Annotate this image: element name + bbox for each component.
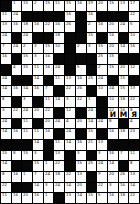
cell-r14c12 [119, 140, 129, 150]
cell-r1c9[interactable]: 19 [87, 1, 97, 11]
cell-r11c1[interactable]: 3 [1, 108, 11, 118]
cell-r9c9 [87, 86, 97, 96]
cell-number: 11 [55, 140, 60, 144]
cell-r18c5[interactable]: 3 [44, 183, 54, 193]
cell-r19c12[interactable]: 18 [119, 193, 129, 203]
cell-number: 22 [13, 108, 18, 112]
cell-r4c3[interactable]: 24 [22, 33, 32, 43]
cell-r10c11[interactable]: 10 [108, 97, 118, 107]
cell-r1c5[interactable]: 15 [44, 1, 54, 11]
cell-number: 20 [77, 119, 82, 123]
cell-r8c6[interactable]: 11 [54, 76, 64, 86]
cell-r12c6[interactable]: 24 [54, 119, 64, 129]
cell-r7c2[interactable]: 4 [12, 65, 22, 75]
cell-number: 22 [66, 172, 71, 176]
cell-r13c5[interactable]: 16 [44, 129, 54, 139]
cell-r10c9[interactable]: 1 [87, 97, 97, 107]
cell-r1c13[interactable]: 17 [129, 1, 139, 11]
cell-number: 15 [120, 86, 125, 90]
cell-r19c7[interactable]: 13 [65, 193, 75, 203]
cell-number: 15 [23, 54, 28, 58]
cell-number: 1 [45, 161, 48, 165]
cell-r1c7[interactable]: 15 [65, 1, 75, 11]
cell-r15c13[interactable]: 11 [129, 151, 139, 161]
cell-r12c4 [33, 119, 43, 129]
cell-r5c1[interactable]: 7 [1, 44, 11, 54]
cell-r5c6[interactable]: 10 [54, 44, 64, 54]
cell-r16c1[interactable]: 14 [1, 161, 11, 171]
cell-number: 24 [109, 86, 114, 90]
cell-number: 10 [130, 33, 135, 37]
cell-r6c5[interactable]: 16 [44, 54, 54, 64]
cell-number: 14 [55, 97, 60, 101]
cell-r3c1[interactable]: 13 [1, 22, 11, 32]
cell-number: 5 [98, 193, 101, 197]
cell-r3c9[interactable]: 2 [87, 22, 97, 32]
cell-r7c10[interactable]: 2 [97, 65, 107, 75]
cell-r16c13[interactable]: 8 [129, 161, 139, 171]
cell-r8c1[interactable]: 24 [1, 76, 11, 86]
cell-number: 9 [98, 172, 101, 176]
cell-r8c11 [108, 76, 118, 86]
cell-r2c13[interactable]: 22 [129, 12, 139, 22]
cell-r10c3[interactable]: 3 [22, 97, 32, 107]
cell-r11c7[interactable]: 12 [65, 108, 75, 118]
cell-r9c10[interactable]: 10 [97, 86, 107, 96]
cell-r16c7 [65, 161, 75, 171]
cell-number: 26 [77, 86, 82, 90]
cell-number: 2 [23, 44, 26, 48]
cell-number: 16 [2, 54, 7, 58]
cell-r12c3[interactable]: 11 [22, 119, 32, 129]
cell-number: 20 [77, 183, 82, 187]
cell-r16c9[interactable]: 25 [87, 161, 97, 171]
cell-r18c12[interactable]: 16 [119, 183, 129, 193]
cell-r16c8[interactable]: 15 [76, 161, 86, 171]
cell-r15c10[interactable]: 3 [97, 151, 107, 161]
cell-number: 11 [34, 129, 39, 133]
cell-r12c11[interactable]: 8 [108, 119, 118, 129]
cell-number: 18 [23, 22, 28, 26]
cell-r15c6[interactable]: 13 [54, 151, 64, 161]
cell-number: 20 [34, 108, 39, 112]
cell-number: 16 [66, 12, 71, 16]
cell-r4c1[interactable]: 24 [1, 33, 11, 43]
cell-r9c5[interactable]: 7 [44, 86, 54, 96]
cell-r18c6[interactable]: 24 [54, 183, 64, 193]
cell-r14c4[interactable]: 14 [33, 140, 43, 150]
cell-r17c4[interactable]: 7 [33, 172, 43, 182]
cell-number: 16 [13, 22, 18, 26]
cell-number: 24 [98, 161, 103, 165]
cell-r3c12[interactable]: 24 [119, 22, 129, 32]
cell-r19c13[interactable]: 22 [129, 193, 139, 203]
cell-r5c5[interactable]: 15 [44, 44, 54, 54]
cell-r12c2 [12, 119, 22, 129]
cell-number: 10 [98, 86, 103, 90]
cell-number: 15 [45, 1, 50, 5]
cell-r19c3[interactable]: 20 [22, 193, 32, 203]
cell-number: 16 [98, 22, 103, 26]
cell-number: 16 [13, 129, 18, 133]
cell-r1c12[interactable]: 13 [119, 1, 129, 11]
cell-number: 11 [2, 193, 7, 197]
cell-number: 16 [88, 12, 93, 16]
cell-number: 4 [130, 119, 133, 123]
cell-r14c10[interactable]: 13 [97, 140, 107, 150]
cell-r12c7[interactable]: 4 [65, 119, 75, 129]
cell-r8c2 [12, 76, 22, 86]
cell-number: 22 [130, 12, 135, 16]
cell-r15c2[interactable]: 8 [12, 151, 22, 161]
cell-r4c11[interactable]: 16 [108, 33, 118, 43]
cell-number: 16 [13, 86, 18, 90]
cell-r15c4[interactable]: 3 [33, 151, 43, 161]
cell-number: 16 [109, 193, 114, 197]
cell-r15c7 [65, 151, 75, 161]
cell-r19c8[interactable]: 14 [76, 193, 86, 203]
cell-r3c5[interactable]: 22 [44, 22, 54, 32]
cell-r19c4[interactable]: 16 [33, 193, 43, 203]
cell-r14c7[interactable]: 14 [65, 140, 75, 150]
cell-r17c12[interactable]: 26 [119, 172, 129, 182]
cell-r18c4[interactable]: 14 [33, 183, 43, 193]
cell-r1c2[interactable]: 1 [12, 1, 22, 11]
cell-r15c9 [87, 151, 97, 161]
cell-number: 3 [2, 108, 5, 112]
cell-number: 16 [34, 22, 39, 26]
cell-number: 15 [88, 129, 93, 133]
cell-r7c4[interactable]: 11 [33, 65, 43, 75]
cell-r11c10 [97, 108, 107, 118]
cell-r16c2 [12, 161, 22, 171]
cell-r7c6[interactable]: 24 [54, 65, 64, 75]
cell-number: 4 [13, 65, 16, 69]
cell-number: 20 [109, 172, 114, 176]
cell-r15c11[interactable]: 16 [108, 151, 118, 161]
cell-r16c6[interactable]: 22 [54, 161, 64, 171]
cell-r13c6 [54, 129, 64, 139]
cell-number: 14 [2, 161, 7, 165]
cell-r13c1[interactable]: 14 [1, 129, 11, 139]
cell-r10c6[interactable]: 14 [54, 97, 64, 107]
cell-r5c11[interactable]: 20 [108, 44, 118, 54]
cell-r18c3 [22, 183, 32, 193]
cell-r19c9[interactable]: 15 [87, 193, 97, 203]
cell-r4c10 [97, 33, 107, 43]
cell-number: 14 [88, 119, 93, 123]
cell-number: 15 [23, 65, 28, 69]
cell-r13c2[interactable]: 16 [12, 129, 22, 139]
cell-r18c7[interactable]: 14 [65, 183, 75, 193]
cell-r18c10[interactable]: 22 [97, 183, 107, 193]
cell-number: 14 [2, 86, 7, 90]
cell-r10c13[interactable]: 22 [129, 97, 139, 107]
cell-r10c8[interactable]: 22 [76, 97, 86, 107]
cell-r9c7[interactable]: 22 [65, 86, 75, 96]
cell-r17c2[interactable]: 16 [12, 172, 22, 182]
cell-number: 24 [2, 33, 7, 37]
cell-r1c8[interactable]: 16 [76, 1, 86, 11]
cell-r9c8[interactable]: 26 [76, 86, 86, 96]
cell-r16c12 [119, 161, 129, 171]
cell-r5c10[interactable]: 15 [97, 44, 107, 54]
cell-r10c7[interactable]: 3 [65, 97, 75, 107]
cell-r18c11[interactable]: 3 [108, 183, 118, 193]
cell-r9c13[interactable]: 13 [129, 86, 139, 96]
cell-r3c3[interactable]: 18 [22, 22, 32, 32]
cell-r15c1[interactable]: 15 [1, 151, 11, 161]
cell-r3c7[interactable]: 26 [65, 22, 75, 32]
cell-number: 8 [130, 161, 133, 165]
cell-r11c2[interactable]: 22 [12, 108, 22, 118]
cell-r2c2[interactable]: 24 [12, 12, 22, 22]
cell-r9c11[interactable]: 24 [108, 86, 118, 96]
cell-r4c12 [119, 33, 129, 43]
cell-r9c3[interactable]: 14 [22, 86, 32, 96]
cell-r8c12[interactable]: 15 [119, 76, 129, 86]
cell-r17c13[interactable]: 13 [129, 172, 139, 182]
cell-r17c6[interactable]: 18 [54, 172, 64, 182]
cell-r4c9[interactable]: 15 [87, 33, 97, 43]
cell-r17c7[interactable]: 22 [65, 172, 75, 182]
cell-number: 16 [130, 44, 135, 48]
cell-r6c11[interactable]: 15 [108, 54, 118, 64]
cell-r10c1[interactable]: 8 [1, 97, 11, 107]
cell-r1c3[interactable]: 15 [22, 1, 32, 11]
cell-r12c5[interactable]: 20 [44, 119, 54, 129]
cell-r5c8[interactable]: 2 [76, 44, 86, 54]
cell-r6c13 [129, 54, 139, 64]
cell-r6c9 [87, 54, 97, 64]
cell-r5c4[interactable]: 3 [33, 44, 43, 54]
cell-r17c1[interactable]: 8 [1, 172, 11, 182]
cell-r7c5[interactable]: 16 [44, 65, 54, 75]
cell-r3c13[interactable]: 5 [129, 22, 139, 32]
cell-number: 24 [98, 119, 103, 123]
cell-r14c2 [12, 140, 22, 150]
cell-r10c4 [33, 97, 43, 107]
cell-number: 20 [120, 65, 125, 69]
cell-number: 14 [34, 183, 39, 187]
cell-r13c9[interactable]: 15 [87, 129, 97, 139]
cell-r4c4 [33, 33, 43, 43]
cell-r5c2[interactable]: 24 [12, 44, 22, 54]
cell-number: 10 [109, 97, 114, 101]
cell-r11c13[interactable]: 8Я [129, 108, 139, 118]
cell-r4c6[interactable]: 18 [54, 33, 64, 43]
cell-r8c10[interactable]: 24 [97, 76, 107, 86]
cell-r19c1[interactable]: 11 [1, 193, 11, 203]
cell-r17c3[interactable]: 1 [22, 172, 32, 182]
cell-r7c8[interactable]: 5 [76, 65, 86, 75]
cell-r9c1[interactable]: 14 [1, 86, 11, 96]
cell-r13c12[interactable]: 18 [119, 129, 129, 139]
cell-r9c12[interactable]: 15 [119, 86, 129, 96]
cell-r9c4[interactable]: 16 [33, 86, 43, 96]
cell-r7c12[interactable]: 20 [119, 65, 129, 75]
cell-number: 14 [2, 129, 7, 133]
cell-r7c11[interactable]: 15 [108, 65, 118, 75]
cell-r11c12[interactable]: 16М [119, 108, 129, 118]
cell-r3c4[interactable]: 16 [33, 22, 43, 32]
cell-r7c13[interactable]: 12 [129, 65, 139, 75]
cell-r12c9[interactable]: 14 [87, 119, 97, 129]
cell-r18c9 [87, 183, 97, 193]
cell-r11c3[interactable]: 24 [22, 108, 32, 118]
cell-r17c5[interactable]: 24 [44, 172, 54, 182]
cell-r8c8[interactable]: 16 [76, 76, 86, 86]
cell-r19c6 [54, 193, 64, 203]
cell-number: 16 [34, 86, 39, 90]
cell-r2c10 [97, 12, 107, 22]
cell-number: 11 [130, 151, 135, 155]
cell-r14c9[interactable]: 21 [87, 140, 97, 150]
cell-number: 13 [77, 172, 82, 176]
cell-r15c5 [44, 151, 54, 161]
cell-number: 15 [88, 193, 93, 197]
cell-r13c4[interactable]: 11 [33, 129, 43, 139]
cell-r1c4[interactable]: 2 [33, 1, 43, 11]
cell-number: 18 [120, 97, 125, 101]
cell-r17c11[interactable]: 20 [108, 172, 118, 182]
cell-r19c11[interactable]: 16 [108, 193, 118, 203]
cell-r8c9[interactable]: 25 [87, 76, 97, 86]
cell-r15c8[interactable]: 3 [76, 151, 86, 161]
cell-number: 15 [23, 1, 28, 5]
cell-r18c13[interactable]: 14 [129, 183, 139, 193]
cell-number: 24 [45, 172, 50, 176]
cell-number: 16 [45, 65, 50, 69]
cell-r6c1[interactable]: 16 [1, 54, 11, 64]
cell-r12c13[interactable]: 4 [129, 119, 139, 129]
cell-r16c10[interactable]: 24 [97, 161, 107, 171]
cell-r10c12[interactable]: 18 [119, 97, 129, 107]
cell-r12c1[interactable]: 24 [1, 119, 11, 129]
cell-r8c5 [44, 76, 54, 86]
cell-number: 1 [45, 193, 48, 197]
cell-number: 24 [55, 183, 60, 187]
cell-number: 22 [45, 22, 50, 26]
cell-r16c4[interactable]: 15 [33, 161, 43, 171]
cell-r4c13[interactable]: 10 [129, 33, 139, 43]
cell-number: 22 [77, 97, 82, 101]
cell-number: 13 [130, 172, 135, 176]
cell-r13c13[interactable]: 23 [129, 129, 139, 139]
cell-r8c4[interactable]: 14 [33, 76, 43, 86]
cell-r7c3[interactable]: 15 [22, 65, 32, 75]
cell-r19c5[interactable]: 1 [44, 193, 54, 203]
cell-number: 3 [88, 44, 91, 48]
cell-r2c1[interactable]: 11 [1, 12, 11, 22]
cell-number: 13 [66, 76, 71, 80]
cell-r3c10[interactable]: 16 [97, 22, 107, 32]
cell-number: 8 [2, 97, 5, 101]
cell-r6c10[interactable]: 25 [97, 54, 107, 64]
cell-r11c4[interactable]: 20 [33, 108, 43, 118]
cell-number: 11 [34, 65, 39, 69]
cell-r13c10 [97, 129, 107, 139]
cell-r8c7[interactable]: 13 [65, 76, 75, 86]
cell-number: 12 [66, 108, 71, 112]
cell-number: 15 [109, 54, 114, 58]
cell-r11c11[interactable]: 22И [108, 108, 118, 118]
cell-number: 15 [88, 33, 93, 37]
cell-r1c10[interactable]: 20 [97, 1, 107, 11]
cell-number: 14 [109, 161, 114, 165]
cell-number: 20 [23, 193, 28, 197]
cell-r5c12[interactable]: 14 [119, 44, 129, 54]
cell-r1c11[interactable]: 15 [108, 1, 118, 11]
cell-number: 13 [130, 86, 135, 90]
cell-r3c6[interactable]: 16 [54, 22, 64, 32]
cell-r10c5[interactable]: 11 [44, 97, 54, 107]
cell-number: 16 [13, 172, 18, 176]
cell-r11c9[interactable]: 24 [87, 108, 97, 118]
cell-r14c6[interactable]: 11 [54, 140, 64, 150]
cell-r6c3[interactable]: 15 [22, 54, 32, 64]
cell-number: 22 [66, 86, 71, 90]
cell-r5c7 [65, 44, 75, 54]
cell-r11c5[interactable]: 22 [44, 108, 54, 118]
cell-r19c2[interactable]: 16 [12, 193, 22, 203]
cell-r5c9[interactable]: 3 [87, 44, 97, 54]
cell-number: 7 [34, 172, 37, 176]
cell-r19c10[interactable]: 5 [97, 193, 107, 203]
cell-number: 16 [45, 54, 50, 58]
cell-r13c7[interactable]: 24 [65, 129, 75, 139]
cell-r9c2[interactable]: 16 [12, 86, 22, 96]
cell-number: 16 [13, 193, 18, 197]
cell-r5c3[interactable]: 2 [22, 44, 32, 54]
cell-r7c7 [65, 65, 75, 75]
cell-r2c7[interactable]: 16 [65, 12, 75, 22]
cell-number: 16 [77, 76, 82, 80]
cell-number: 14 [130, 183, 135, 187]
cell-r2c9[interactable]: 16 [87, 12, 97, 22]
cell-number: 15 [77, 161, 82, 165]
cell-r12c10[interactable]: 24 [97, 119, 107, 129]
cell-r18c8[interactable]: 20 [76, 183, 86, 193]
cell-r18c1[interactable]: 22 [1, 183, 11, 193]
cell-r11c6 [54, 108, 64, 118]
cell-r16c11[interactable]: 14 [108, 161, 118, 171]
cell-number: 14 [34, 140, 39, 144]
cell-r1c6[interactable]: 11 [54, 1, 64, 11]
cell-r17c8[interactable]: 13 [76, 172, 86, 182]
cell-r16c5[interactable]: 1 [44, 161, 54, 171]
cell-number: 16 [77, 140, 82, 144]
given-letter: Я [129, 111, 139, 118]
cell-r6c2 [12, 54, 22, 64]
cell-r13c11[interactable]: 16 [108, 129, 118, 139]
cell-r5c13[interactable]: 16 [129, 44, 139, 54]
cell-r3c2[interactable]: 16 [12, 22, 22, 32]
cell-r15c12[interactable]: 7 [119, 151, 129, 161]
cell-number: 16 [34, 193, 39, 197]
cell-r6c4[interactable]: 3 [33, 54, 43, 64]
cell-number: 16 [120, 183, 125, 187]
cell-r3c8 [76, 22, 86, 32]
cell-r12c8[interactable]: 20 [76, 119, 86, 129]
cell-r17c10[interactable]: 9 [97, 172, 107, 182]
cell-r13c3[interactable]: 11 [22, 129, 32, 139]
cell-number: 7 [2, 44, 5, 48]
cell-r14c8[interactable]: 16 [76, 140, 86, 150]
cell-r15c3[interactable]: 15 [22, 151, 32, 161]
cell-r3c11[interactable]: 20 [108, 22, 118, 32]
cell-r18c2 [12, 183, 22, 193]
